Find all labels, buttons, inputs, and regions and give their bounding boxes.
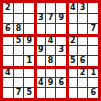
- cell-r6c8[interactable]: 6: [78, 56, 88, 66]
- cell-r5c8[interactable]: [78, 46, 88, 56]
- cell-r4c2[interactable]: 5: [14, 35, 24, 45]
- cell-r2c3[interactable]: [24, 14, 34, 24]
- cell-r2c8[interactable]: [78, 14, 88, 24]
- cell-r9c6[interactable]: [56, 88, 66, 98]
- cell-r9c7[interactable]: [67, 88, 77, 98]
- cell-r4c6[interactable]: [56, 35, 66, 45]
- cell-r3c1[interactable]: 6: [3, 24, 13, 34]
- cell-r6c4[interactable]: [35, 56, 45, 66]
- cell-r8c3[interactable]: [24, 78, 34, 88]
- cell-r3c7[interactable]: [67, 24, 77, 34]
- cell-r2c6[interactable]: 9: [56, 14, 66, 24]
- cell-r5c2[interactable]: [14, 46, 24, 56]
- cell-r4c9[interactable]: [88, 35, 98, 45]
- cell-r4c8[interactable]: [78, 35, 88, 45]
- cell-r8c4[interactable]: 4: [35, 78, 45, 88]
- cell-r5c1[interactable]: [3, 46, 13, 56]
- cell-r5c7[interactable]: [67, 46, 77, 56]
- cell-r5c5[interactable]: [46, 46, 56, 56]
- cell-r2c9[interactable]: [88, 14, 98, 24]
- cell-r9c9[interactable]: 6: [88, 88, 98, 98]
- cell-r8c2[interactable]: [14, 78, 24, 88]
- cell-r6c7[interactable]: 5: [67, 56, 77, 66]
- cell-r1c8[interactable]: 3: [78, 3, 88, 13]
- cell-r1c7[interactable]: 4: [67, 3, 77, 13]
- cell-r3c6[interactable]: [56, 24, 66, 34]
- cell-r4c5[interactable]: 4: [46, 35, 56, 45]
- cell-r6c2[interactable]: [14, 56, 24, 66]
- cell-r8c1[interactable]: [3, 78, 13, 88]
- cell-r3c9[interactable]: 7: [88, 24, 98, 34]
- cell-r4c7[interactable]: 2: [67, 35, 77, 45]
- cell-r7c9[interactable]: 1: [88, 67, 98, 77]
- cell-r1c4[interactable]: [35, 3, 45, 13]
- cell-r9c8[interactable]: [78, 88, 88, 98]
- cell-r5c9[interactable]: [88, 46, 98, 56]
- cell-r3c2[interactable]: 8: [14, 24, 24, 34]
- cell-r8c9[interactable]: [88, 78, 98, 88]
- cell-r2c4[interactable]: 3: [35, 14, 45, 24]
- cell-r2c1[interactable]: [3, 14, 13, 24]
- cell-r7c7[interactable]: [67, 67, 77, 77]
- cell-r9c5[interactable]: [46, 88, 56, 98]
- cell-r8c7[interactable]: [67, 78, 77, 88]
- cell-r5c6[interactable]: 3: [56, 46, 66, 56]
- cell-r8c6[interactable]: 6: [56, 78, 66, 88]
- cell-r1c1[interactable]: 2: [3, 3, 13, 13]
- cell-r7c1[interactable]: 4: [3, 67, 13, 77]
- cell-r2c7[interactable]: [67, 14, 77, 24]
- cell-r4c3[interactable]: 9: [24, 35, 34, 45]
- cell-r9c3[interactable]: 5: [24, 88, 34, 98]
- cell-r7c2[interactable]: [14, 67, 24, 77]
- cell-r8c8[interactable]: [78, 78, 88, 88]
- cell-r6c5[interactable]: 8: [46, 56, 56, 66]
- cell-r3c8[interactable]: [78, 24, 88, 34]
- cell-r1c5[interactable]: [46, 3, 56, 13]
- sudoku-board: 2433796875942931856421496756: [0, 0, 101, 101]
- cell-r4c1[interactable]: [3, 35, 13, 45]
- cell-r2c5[interactable]: 7: [46, 14, 56, 24]
- cell-r3c5[interactable]: [46, 24, 56, 34]
- cell-r7c5[interactable]: [46, 67, 56, 77]
- cell-r7c3[interactable]: [24, 67, 34, 77]
- cell-r6c6[interactable]: [56, 56, 66, 66]
- cell-r7c4[interactable]: [35, 67, 45, 77]
- cell-r2c2[interactable]: [14, 14, 24, 24]
- cell-r7c8[interactable]: 2: [78, 67, 88, 77]
- cell-r1c3[interactable]: [24, 3, 34, 13]
- cell-r7c6[interactable]: [56, 67, 66, 77]
- cell-r6c3[interactable]: 1: [24, 56, 34, 66]
- cell-r9c1[interactable]: [3, 88, 13, 98]
- cell-r1c2[interactable]: [14, 3, 24, 13]
- cell-r4c4[interactable]: [35, 35, 45, 45]
- cell-r1c6[interactable]: [56, 3, 66, 13]
- cell-r8c5[interactable]: 9: [46, 78, 56, 88]
- cell-r5c3[interactable]: [24, 46, 34, 56]
- cell-r1c9[interactable]: [88, 3, 98, 13]
- cell-r5c4[interactable]: 9: [35, 46, 45, 56]
- cell-r6c1[interactable]: [3, 56, 13, 66]
- cell-r9c2[interactable]: 7: [14, 88, 24, 98]
- cell-r6c9[interactable]: [88, 56, 98, 66]
- cell-r9c4[interactable]: [35, 88, 45, 98]
- cell-r3c3[interactable]: [24, 24, 34, 34]
- cell-r3c4[interactable]: [35, 24, 45, 34]
